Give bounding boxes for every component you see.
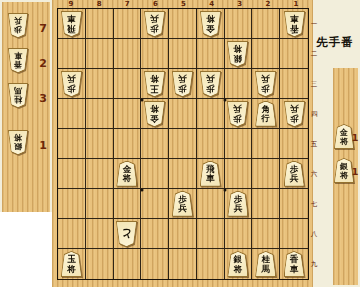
square-85[interactable] bbox=[86, 129, 114, 159]
piece-kanji: 歩 bbox=[150, 23, 159, 33]
square-12[interactable] bbox=[280, 39, 308, 69]
square-86[interactable] bbox=[86, 159, 114, 189]
square-31[interactable] bbox=[225, 9, 253, 39]
gote-hand-count: 2 bbox=[36, 57, 50, 70]
piece-kanji: 兵 bbox=[261, 74, 270, 84]
background-patch bbox=[0, 212, 52, 287]
gote-hand-count: 1 bbox=[36, 139, 50, 152]
piece-kanji: 兵 bbox=[178, 204, 187, 214]
piece-kanji: と bbox=[121, 228, 132, 239]
square-91[interactable]: 飛車 bbox=[58, 9, 86, 39]
square-17[interactable] bbox=[280, 189, 308, 219]
square-55[interactable] bbox=[169, 129, 197, 159]
square-63[interactable]: 王将 bbox=[141, 69, 169, 99]
square-37[interactable]: 歩兵 bbox=[225, 189, 253, 219]
shogi-piece-金将[interactable]: 金将 bbox=[144, 101, 165, 127]
piece-kanji: 兵 bbox=[290, 174, 299, 184]
shogi-piece-香車[interactable]: 香車 bbox=[8, 48, 28, 73]
piece-kanji: 香 bbox=[14, 60, 22, 69]
shogi-piece-歩兵[interactable]: 歩兵 bbox=[284, 161, 305, 187]
piece-kanji: 将 bbox=[234, 265, 243, 275]
hoshi-dot bbox=[140, 188, 143, 191]
square-28[interactable] bbox=[252, 219, 280, 249]
square-19[interactable]: 香車 bbox=[280, 249, 308, 279]
shogi-piece-歩兵[interactable]: 歩兵 bbox=[200, 71, 221, 97]
square-87[interactable] bbox=[86, 189, 114, 219]
square-25[interactable] bbox=[252, 129, 280, 159]
piece-kanji: 銀 bbox=[14, 142, 22, 151]
piece-kanji: 車 bbox=[206, 174, 215, 184]
rank-label: 三 bbox=[308, 69, 320, 99]
square-26[interactable] bbox=[252, 159, 280, 189]
piece-kanji: 将 bbox=[150, 104, 159, 114]
piece-kanji: 銀 bbox=[234, 53, 243, 63]
piece-kanji: 車 bbox=[290, 14, 299, 24]
square-38[interactable] bbox=[225, 219, 253, 249]
piece-kanji: 歩 bbox=[206, 83, 215, 93]
piece-kanji: 将 bbox=[340, 137, 348, 146]
piece-kanji: 兵 bbox=[290, 104, 299, 114]
piece-kanji: 香 bbox=[290, 23, 299, 33]
square-65[interactable] bbox=[141, 129, 169, 159]
piece-kanji: 将 bbox=[150, 74, 159, 84]
shogi-piece-銀将[interactable]: 銀将 bbox=[8, 130, 28, 155]
shogi-piece-と[interactable]: と bbox=[116, 221, 137, 247]
square-61[interactable]: 歩兵 bbox=[141, 9, 169, 39]
piece-kanji: 歩 bbox=[178, 83, 187, 93]
square-84[interactable] bbox=[86, 99, 114, 129]
square-16[interactable]: 歩兵 bbox=[280, 159, 308, 189]
square-18[interactable] bbox=[280, 219, 308, 249]
shogi-piece-玉将[interactable]: 玉将 bbox=[61, 251, 82, 277]
shogi-piece-香車[interactable]: 香車 bbox=[284, 251, 305, 277]
gote-hand-tray: 歩兵7香車2桂馬3銀将1 bbox=[2, 2, 50, 212]
square-64[interactable]: 金将 bbox=[141, 99, 169, 129]
square-95[interactable] bbox=[58, 129, 86, 159]
square-88[interactable] bbox=[86, 219, 114, 249]
square-24[interactable]: 角行 bbox=[252, 99, 280, 129]
square-58[interactable] bbox=[169, 219, 197, 249]
piece-kanji: 歩 bbox=[234, 113, 243, 123]
square-72[interactable] bbox=[114, 39, 142, 69]
square-21[interactable] bbox=[252, 9, 280, 39]
square-23[interactable]: 歩兵 bbox=[252, 69, 280, 99]
square-62[interactable] bbox=[141, 39, 169, 69]
square-13[interactable] bbox=[280, 69, 308, 99]
shogi-piece-歩兵[interactable]: 歩兵 bbox=[284, 101, 305, 127]
piece-kanji: 行 bbox=[261, 114, 270, 124]
piece-kanji: 金 bbox=[340, 128, 348, 137]
piece-kanji: 飛 bbox=[67, 23, 76, 33]
piece-kanji: 銀 bbox=[340, 162, 348, 171]
square-54[interactable] bbox=[169, 99, 197, 129]
shogi-piece-歩兵[interactable]: 歩兵 bbox=[8, 13, 28, 38]
rank-label: 四 bbox=[308, 99, 320, 129]
piece-kanji: 兵 bbox=[206, 74, 215, 84]
piece-kanji: 馬 bbox=[261, 265, 270, 275]
hoshi-dot bbox=[224, 98, 227, 101]
square-67[interactable] bbox=[141, 189, 169, 219]
piece-kanji: 兵 bbox=[178, 74, 187, 84]
shogi-piece-金将[interactable]: 金将 bbox=[116, 161, 137, 187]
square-45[interactable] bbox=[197, 129, 225, 159]
piece-kanji: 将 bbox=[206, 14, 215, 24]
square-32[interactable]: 銀将 bbox=[225, 39, 253, 69]
square-73[interactable] bbox=[114, 69, 142, 99]
piece-kanji: 歩 bbox=[261, 83, 270, 93]
square-94[interactable] bbox=[58, 99, 86, 129]
sente-hand-count: 1 bbox=[351, 166, 359, 177]
shogi-piece-歩兵[interactable]: 歩兵 bbox=[227, 101, 248, 127]
square-14[interactable]: 歩兵 bbox=[280, 99, 308, 129]
square-68[interactable] bbox=[141, 219, 169, 249]
square-41[interactable]: 金将 bbox=[197, 9, 225, 39]
piece-kanji: 兵 bbox=[234, 204, 243, 214]
square-79[interactable] bbox=[114, 249, 142, 279]
piece-kanji: 将 bbox=[123, 174, 132, 184]
shogi-piece-飛車[interactable]: 飛車 bbox=[61, 11, 82, 37]
shogi-piece-歩兵[interactable]: 歩兵 bbox=[227, 191, 248, 217]
square-47[interactable] bbox=[197, 189, 225, 219]
hoshi-dot bbox=[140, 98, 143, 101]
shogi-piece-王将[interactable]: 王将 bbox=[144, 71, 165, 97]
shogi-piece-歩兵[interactable]: 歩兵 bbox=[172, 191, 193, 217]
shogi-piece-香車[interactable]: 香車 bbox=[284, 11, 305, 37]
square-57[interactable]: 歩兵 bbox=[169, 189, 197, 219]
square-36[interactable] bbox=[225, 159, 253, 189]
rank-label: 八 bbox=[308, 219, 320, 249]
square-82[interactable] bbox=[86, 39, 114, 69]
square-83[interactable] bbox=[86, 69, 114, 99]
piece-kanji: 兵 bbox=[14, 16, 22, 25]
shogi-app: 987654321 一二三四五六七八九 飛車歩兵金将香車銀将歩兵王将歩兵歩兵歩兵… bbox=[0, 0, 360, 287]
square-75[interactable] bbox=[114, 129, 142, 159]
rank-label: 五 bbox=[308, 129, 320, 159]
rank-label: 七 bbox=[308, 189, 320, 219]
square-97[interactable] bbox=[58, 189, 86, 219]
gote-hand-count: 7 bbox=[36, 22, 50, 35]
square-11[interactable]: 香車 bbox=[280, 9, 308, 39]
shogi-piece-飛車[interactable]: 飛車 bbox=[200, 161, 221, 187]
piece-kanji: 歩 bbox=[290, 113, 299, 123]
piece-kanji: 歩 bbox=[67, 83, 76, 93]
square-39[interactable]: 銀将 bbox=[225, 249, 253, 279]
piece-kanji: 車 bbox=[290, 265, 299, 275]
square-46[interactable]: 飛車 bbox=[197, 159, 225, 189]
square-77[interactable] bbox=[114, 189, 142, 219]
square-93[interactable]: 歩兵 bbox=[58, 69, 86, 99]
shogi-piece-金将[interactable]: 金将 bbox=[200, 11, 221, 37]
square-48[interactable] bbox=[197, 219, 225, 249]
shogi-piece-角行[interactable]: 角行 bbox=[255, 101, 276, 127]
piece-kanji: 車 bbox=[67, 14, 76, 24]
gote-hand-count: 3 bbox=[36, 92, 50, 105]
square-43[interactable]: 歩兵 bbox=[197, 69, 225, 99]
square-51[interactable] bbox=[169, 9, 197, 39]
rank-label: 六 bbox=[308, 159, 320, 189]
piece-kanji: 金 bbox=[206, 23, 215, 33]
square-33[interactable] bbox=[225, 69, 253, 99]
square-81[interactable] bbox=[86, 9, 114, 39]
square-44[interactable] bbox=[197, 99, 225, 129]
square-71[interactable] bbox=[114, 9, 142, 39]
piece-kanji: 桂 bbox=[14, 95, 22, 104]
square-42[interactable] bbox=[197, 39, 225, 69]
turn-indicator: 先手番 bbox=[310, 35, 360, 50]
piece-kanji: 将 bbox=[67, 265, 76, 275]
square-69[interactable] bbox=[141, 249, 169, 279]
shogi-piece-歩兵[interactable]: 歩兵 bbox=[172, 71, 193, 97]
rank-label: 九 bbox=[308, 249, 320, 279]
square-96[interactable] bbox=[58, 159, 86, 189]
shogi-piece-銀将[interactable]: 銀将 bbox=[227, 251, 248, 277]
square-56[interactable] bbox=[169, 159, 197, 189]
piece-kanji: 将 bbox=[14, 133, 22, 142]
square-92[interactable] bbox=[58, 39, 86, 69]
square-35[interactable] bbox=[225, 129, 253, 159]
shogi-piece-銀将[interactable]: 銀将 bbox=[227, 41, 248, 67]
sente-hand-tray: 金将1銀将1 bbox=[333, 68, 358, 285]
square-53[interactable]: 歩兵 bbox=[169, 69, 197, 99]
square-98[interactable] bbox=[58, 219, 86, 249]
piece-kanji: 馬 bbox=[14, 86, 22, 95]
piece-kanji: 兵 bbox=[67, 74, 76, 84]
piece-kanji: 車 bbox=[14, 51, 22, 60]
square-52[interactable] bbox=[169, 39, 197, 69]
square-74[interactable] bbox=[114, 99, 142, 129]
square-99[interactable]: 玉将 bbox=[58, 249, 86, 279]
hoshi-dot bbox=[224, 188, 227, 191]
square-34[interactable]: 歩兵 bbox=[225, 99, 253, 129]
shogi-piece-歩兵[interactable]: 歩兵 bbox=[255, 71, 276, 97]
piece-kanji: 兵 bbox=[234, 104, 243, 114]
square-49[interactable] bbox=[197, 249, 225, 279]
square-76[interactable]: 金将 bbox=[114, 159, 142, 189]
piece-kanji: 将 bbox=[234, 44, 243, 54]
square-15[interactable] bbox=[280, 129, 308, 159]
piece-kanji: 金 bbox=[150, 113, 159, 123]
square-29[interactable]: 桂馬 bbox=[252, 249, 280, 279]
shogi-piece-桂馬[interactable]: 桂馬 bbox=[255, 251, 276, 277]
square-89[interactable] bbox=[86, 249, 114, 279]
shogi-piece-桂馬[interactable]: 桂馬 bbox=[8, 83, 28, 108]
piece-kanji: 将 bbox=[340, 171, 348, 180]
square-22[interactable] bbox=[252, 39, 280, 69]
board-grid: 飛車歩兵金将香車銀将歩兵王将歩兵歩兵歩兵金将歩兵角行歩兵金将飛車歩兵歩兵歩兵と玉… bbox=[57, 8, 309, 280]
sente-hand-count: 1 bbox=[351, 132, 359, 143]
shogi-piece-歩兵[interactable]: 歩兵 bbox=[144, 11, 165, 37]
piece-kanji: 歩 bbox=[14, 25, 22, 34]
square-66[interactable] bbox=[141, 159, 169, 189]
square-59[interactable] bbox=[169, 249, 197, 279]
piece-kanji: 王 bbox=[150, 83, 159, 93]
square-27[interactable] bbox=[252, 189, 280, 219]
shogi-piece-歩兵[interactable]: 歩兵 bbox=[61, 71, 82, 97]
square-78[interactable]: と bbox=[114, 219, 142, 249]
piece-kanji: 兵 bbox=[150, 14, 159, 24]
